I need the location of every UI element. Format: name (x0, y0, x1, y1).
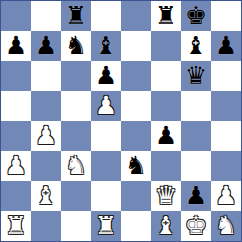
square-h7[interactable]: ♟ (211, 31, 241, 61)
piece-white-pawn[interactable]: ♟ (35, 121, 57, 151)
square-f6[interactable] (151, 61, 181, 91)
square-a2[interactable] (1, 181, 31, 211)
square-a1[interactable]: ♜ (1, 211, 31, 241)
square-c5[interactable] (61, 91, 91, 121)
square-f3[interactable] (151, 151, 181, 181)
square-f2[interactable]: ♛ (151, 181, 181, 211)
square-d8[interactable] (91, 1, 121, 31)
square-c1[interactable] (61, 211, 91, 241)
piece-black-pawn[interactable]: ♟ (155, 121, 177, 151)
piece-black-pawn[interactable]: ♟ (185, 181, 207, 211)
square-h6[interactable] (211, 61, 241, 91)
square-e7[interactable] (121, 31, 151, 61)
square-h4[interactable] (211, 121, 241, 151)
square-g2[interactable]: ♟ (181, 181, 211, 211)
square-b4[interactable]: ♟ (31, 121, 61, 151)
piece-white-king[interactable]: ♚ (185, 211, 207, 241)
piece-white-rook[interactable]: ♜ (95, 211, 117, 241)
chess-board: ♜♜♚♟♟♞♝♝♟♟♛♟♟♟♟♞♞♝♛♟♟♜♜♝♚♞ (1, 1, 241, 241)
square-e4[interactable] (121, 121, 151, 151)
piece-black-pawn[interactable]: ♟ (215, 31, 237, 61)
square-b7[interactable]: ♟ (31, 31, 61, 61)
square-b1[interactable] (31, 211, 61, 241)
square-c8[interactable]: ♜ (61, 1, 91, 31)
square-e5[interactable] (121, 91, 151, 121)
square-h2[interactable]: ♟ (211, 181, 241, 211)
square-b3[interactable] (31, 151, 61, 181)
square-e2[interactable] (121, 181, 151, 211)
piece-black-bishop[interactable]: ♝ (95, 31, 117, 61)
square-c3[interactable]: ♞ (61, 151, 91, 181)
square-b5[interactable] (31, 91, 61, 121)
piece-white-knight[interactable]: ♞ (65, 151, 87, 181)
chess-board-frame: ♜♜♚♟♟♞♝♝♟♟♛♟♟♟♟♞♞♝♛♟♟♜♜♝♚♞ (0, 0, 242, 242)
piece-white-queen[interactable]: ♛ (155, 181, 177, 211)
square-a6[interactable] (1, 61, 31, 91)
piece-black-queen[interactable]: ♛ (185, 61, 207, 91)
square-f1[interactable]: ♝ (151, 211, 181, 241)
piece-black-rook[interactable]: ♜ (65, 1, 87, 31)
square-h8[interactable] (211, 1, 241, 31)
square-e8[interactable] (121, 1, 151, 31)
square-c2[interactable] (61, 181, 91, 211)
square-a4[interactable] (1, 121, 31, 151)
piece-white-bishop[interactable]: ♝ (35, 181, 57, 211)
piece-black-bishop[interactable]: ♝ (185, 31, 207, 61)
square-c7[interactable]: ♞ (61, 31, 91, 61)
square-g7[interactable]: ♝ (181, 31, 211, 61)
piece-black-knight[interactable]: ♞ (65, 31, 87, 61)
square-d6[interactable]: ♟ (91, 61, 121, 91)
square-d5[interactable]: ♟ (91, 91, 121, 121)
square-b6[interactable] (31, 61, 61, 91)
square-f8[interactable]: ♜ (151, 1, 181, 31)
piece-black-rook[interactable]: ♜ (155, 1, 177, 31)
piece-black-king[interactable]: ♚ (185, 1, 207, 31)
square-f5[interactable] (151, 91, 181, 121)
square-e1[interactable] (121, 211, 151, 241)
square-d3[interactable] (91, 151, 121, 181)
square-g1[interactable]: ♚ (181, 211, 211, 241)
square-h1[interactable]: ♞ (211, 211, 241, 241)
square-d1[interactable]: ♜ (91, 211, 121, 241)
square-e6[interactable] (121, 61, 151, 91)
square-g4[interactable] (181, 121, 211, 151)
piece-black-pawn[interactable]: ♟ (95, 61, 117, 91)
piece-white-rook[interactable]: ♜ (5, 211, 27, 241)
square-h5[interactable] (211, 91, 241, 121)
square-f7[interactable] (151, 31, 181, 61)
square-b8[interactable] (31, 1, 61, 31)
square-a5[interactable] (1, 91, 31, 121)
square-e3[interactable]: ♞ (121, 151, 151, 181)
piece-white-pawn[interactable]: ♟ (5, 151, 27, 181)
square-g6[interactable]: ♛ (181, 61, 211, 91)
square-g5[interactable] (181, 91, 211, 121)
square-c6[interactable] (61, 61, 91, 91)
square-d7[interactable]: ♝ (91, 31, 121, 61)
square-a3[interactable]: ♟ (1, 151, 31, 181)
square-b2[interactable]: ♝ (31, 181, 61, 211)
square-g8[interactable]: ♚ (181, 1, 211, 31)
piece-white-knight[interactable]: ♞ (215, 211, 237, 241)
square-a7[interactable]: ♟ (1, 31, 31, 61)
piece-black-pawn[interactable]: ♟ (35, 31, 57, 61)
piece-white-bishop[interactable]: ♝ (155, 211, 177, 241)
square-h3[interactable] (211, 151, 241, 181)
piece-white-pawn[interactable]: ♟ (215, 181, 237, 211)
square-g3[interactable] (181, 151, 211, 181)
square-c4[interactable] (61, 121, 91, 151)
piece-black-pawn[interactable]: ♟ (5, 31, 27, 61)
square-d2[interactable] (91, 181, 121, 211)
square-d4[interactable] (91, 121, 121, 151)
piece-white-pawn[interactable]: ♟ (95, 91, 117, 121)
piece-black-knight[interactable]: ♞ (125, 151, 147, 181)
square-a8[interactable] (1, 1, 31, 31)
square-f4[interactable]: ♟ (151, 121, 181, 151)
